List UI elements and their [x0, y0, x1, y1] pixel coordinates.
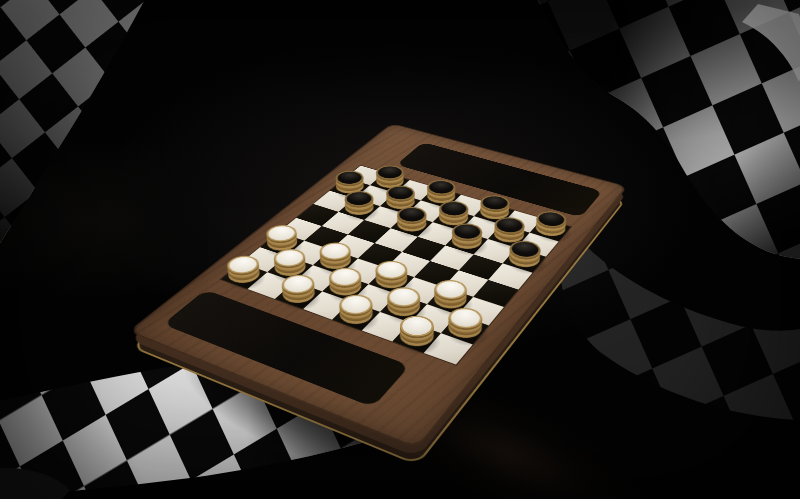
white-piece[interactable]	[334, 302, 379, 329]
square-r8c1[interactable]	[221, 263, 268, 289]
ribbon-top-left	[0, 0, 150, 258]
square-r4c5[interactable]	[402, 237, 445, 261]
square-r4c3[interactable]	[348, 220, 391, 243]
white-piece[interactable]	[222, 264, 266, 288]
black-piece[interactable]	[531, 219, 570, 241]
square-r3c8[interactable]	[503, 248, 546, 273]
white-piece[interactable]	[277, 283, 321, 309]
square-r8c3[interactable]	[275, 282, 322, 309]
photo-stage	[0, 0, 800, 499]
square-r8c5[interactable]	[332, 302, 380, 331]
square-r8c7[interactable]	[392, 323, 441, 353]
white-piece[interactable]	[394, 323, 440, 352]
square-r3c2[interactable]	[338, 198, 380, 220]
ribbon-right-shadow-tail	[560, 238, 800, 420]
white-piece[interactable]	[442, 316, 487, 344]
square-r3c4[interactable]	[391, 214, 433, 237]
black-piece[interactable]	[504, 249, 544, 272]
black-piece[interactable]	[392, 215, 431, 236]
black-piece[interactable]	[447, 231, 487, 253]
square-r3c6[interactable]	[445, 231, 488, 255]
black-piece[interactable]	[340, 199, 379, 219]
